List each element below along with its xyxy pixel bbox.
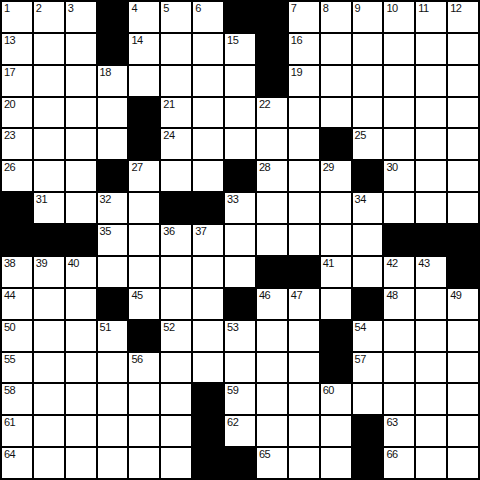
- cell-r3c14[interactable]: [416, 66, 446, 96]
- cell-r4c7[interactable]: [193, 98, 223, 128]
- cell-r9c14[interactable]: 43: [416, 257, 446, 287]
- clue-number: 4: [131, 2, 137, 14]
- cell-r2c11[interactable]: [321, 34, 351, 64]
- black-cell-r14c7: [193, 416, 223, 446]
- cell-r1c15[interactable]: 12: [448, 2, 478, 32]
- clue-number: 57: [355, 353, 366, 365]
- cell-r12c5[interactable]: 56: [129, 353, 159, 383]
- black-cell-r10c12: [353, 289, 383, 319]
- cell-r12c14[interactable]: [416, 353, 446, 383]
- cell-r12c13[interactable]: [384, 353, 414, 383]
- cell-r7c12[interactable]: 34: [353, 193, 383, 223]
- clue-number: 39: [36, 257, 47, 269]
- black-cell-r8c14: [416, 225, 446, 255]
- clue-number: 3: [68, 2, 74, 14]
- cell-r12c1[interactable]: 55: [2, 353, 32, 383]
- cell-r8c4[interactable]: 35: [98, 225, 128, 255]
- cell-r4c9[interactable]: 22: [257, 98, 287, 128]
- cell-r11c15[interactable]: [448, 321, 478, 351]
- cell-r5c6[interactable]: 24: [161, 129, 191, 159]
- cell-r1c2[interactable]: 2: [34, 2, 64, 32]
- cell-r6c13[interactable]: 30: [384, 161, 414, 191]
- black-cell-r6c8: [225, 161, 255, 191]
- cell-r11c3[interactable]: [66, 321, 96, 351]
- clue-number: 48: [386, 289, 397, 301]
- cell-r13c3[interactable]: [66, 384, 96, 414]
- clue-number: 9: [355, 2, 361, 14]
- cell-r1c3[interactable]: 3: [66, 2, 96, 32]
- cell-r13c1[interactable]: 58: [2, 384, 32, 414]
- clue-number: 41: [323, 257, 334, 269]
- cell-r15c3[interactable]: [66, 448, 96, 478]
- cell-r2c12[interactable]: [353, 34, 383, 64]
- clue-number: 50: [4, 321, 15, 333]
- clue-number: 12: [450, 2, 461, 14]
- cell-r10c3[interactable]: [66, 289, 96, 319]
- clue-number: 23: [4, 129, 15, 141]
- cell-r3c13[interactable]: [384, 66, 414, 96]
- black-cell-r8c1: [2, 225, 32, 255]
- cell-r6c7[interactable]: [193, 161, 223, 191]
- cell-r9c11[interactable]: 41: [321, 257, 351, 287]
- cell-r14c10[interactable]: [289, 416, 319, 446]
- cell-r2c2[interactable]: [34, 34, 64, 64]
- cell-r8c12[interactable]: [353, 225, 383, 255]
- cell-r3c6[interactable]: [161, 66, 191, 96]
- cell-r13c11[interactable]: 60: [321, 384, 351, 414]
- cell-r12c3[interactable]: [66, 353, 96, 383]
- black-cell-r4c5: [129, 98, 159, 128]
- cell-r9c2[interactable]: 39: [34, 257, 64, 287]
- cell-r9c12[interactable]: [353, 257, 383, 287]
- cell-r4c8[interactable]: [225, 98, 255, 128]
- clue-number: 31: [36, 193, 47, 205]
- cell-r8c10[interactable]: [289, 225, 319, 255]
- cell-r7c10[interactable]: [289, 193, 319, 223]
- black-cell-r1c9: [257, 2, 287, 32]
- cell-r12c15[interactable]: [448, 353, 478, 383]
- cell-r4c2[interactable]: [34, 98, 64, 128]
- cell-r9c8[interactable]: [225, 257, 255, 287]
- cell-r4c12[interactable]: [353, 98, 383, 128]
- cell-r13c8[interactable]: 59: [225, 384, 255, 414]
- clue-number: 36: [163, 225, 174, 237]
- cell-r8c11[interactable]: [321, 225, 351, 255]
- cell-r13c14[interactable]: [416, 384, 446, 414]
- cell-r15c2[interactable]: [34, 448, 64, 478]
- black-cell-r15c7: [193, 448, 223, 478]
- cell-r13c13[interactable]: [384, 384, 414, 414]
- cell-r10c13[interactable]: 48: [384, 289, 414, 319]
- cell-r14c3[interactable]: [66, 416, 96, 446]
- cell-r5c15[interactable]: [448, 129, 478, 159]
- clue-number: 13: [4, 34, 15, 46]
- cell-r15c9[interactable]: 65: [257, 448, 287, 478]
- cell-r11c14[interactable]: [416, 321, 446, 351]
- black-cell-r8c2: [34, 225, 64, 255]
- black-cell-r6c12: [353, 161, 383, 191]
- black-cell-r6c4: [98, 161, 128, 191]
- clue-number: 21: [163, 98, 174, 110]
- clue-number: 1: [4, 2, 10, 14]
- cell-r14c5[interactable]: [129, 416, 159, 446]
- cell-r10c6[interactable]: [161, 289, 191, 319]
- cell-r14c15[interactable]: [448, 416, 478, 446]
- clue-number: 10: [386, 2, 397, 14]
- cell-r13c5[interactable]: [129, 384, 159, 414]
- black-cell-r9c10: [289, 257, 319, 287]
- cell-r12c10[interactable]: [289, 353, 319, 383]
- cell-r11c10[interactable]: [289, 321, 319, 351]
- cell-r15c1[interactable]: 64: [2, 448, 32, 478]
- black-cell-r7c7: [193, 193, 223, 223]
- clue-number: 19: [291, 66, 302, 78]
- cell-r3c1[interactable]: 17: [2, 66, 32, 96]
- cell-r14c1[interactable]: 61: [2, 416, 32, 446]
- clue-number: 2: [36, 2, 42, 14]
- cell-r13c9[interactable]: [257, 384, 287, 414]
- cell-r12c9[interactable]: [257, 353, 287, 383]
- clue-number: 49: [450, 289, 461, 301]
- clue-number: 64: [4, 448, 15, 460]
- cell-r7c3[interactable]: [66, 193, 96, 223]
- cell-r5c8[interactable]: [225, 129, 255, 159]
- cell-r14c8[interactable]: 62: [225, 416, 255, 446]
- cell-r6c9[interactable]: 28: [257, 161, 287, 191]
- cell-r7c9[interactable]: [257, 193, 287, 223]
- cell-r13c6[interactable]: [161, 384, 191, 414]
- black-cell-r9c9: [257, 257, 287, 287]
- cell-r14c11[interactable]: [321, 416, 351, 446]
- cell-r4c1[interactable]: 20: [2, 98, 32, 128]
- cell-r3c7[interactable]: [193, 66, 223, 96]
- cell-r14c14[interactable]: [416, 416, 446, 446]
- black-cell-r14c12: [353, 416, 383, 446]
- cell-r6c5[interactable]: 27: [129, 161, 159, 191]
- clue-number: 15: [227, 34, 238, 46]
- clue-number: 16: [291, 34, 302, 46]
- cell-r2c13[interactable]: [384, 34, 414, 64]
- clue-number: 29: [323, 161, 334, 173]
- cell-r3c4[interactable]: 18: [98, 66, 128, 96]
- black-cell-r12c11: [321, 353, 351, 383]
- cell-r1c6[interactable]: 5: [161, 2, 191, 32]
- black-cell-r15c12: [353, 448, 383, 478]
- clue-number: 25: [355, 129, 366, 141]
- cell-r1c12[interactable]: 9: [353, 2, 383, 32]
- cell-r9c4[interactable]: [98, 257, 128, 287]
- cell-r9c13[interactable]: 42: [384, 257, 414, 287]
- black-cell-r13c7: [193, 384, 223, 414]
- cell-r13c15[interactable]: [448, 384, 478, 414]
- clue-number: 42: [386, 257, 397, 269]
- crossword-grid: 1234567891011121314151617181920212223242…: [0, 0, 480, 480]
- clue-number: 60: [323, 384, 334, 396]
- cell-r10c5[interactable]: 45: [129, 289, 159, 319]
- clue-number: 34: [355, 193, 366, 205]
- cell-r6c1[interactable]: 26: [2, 161, 32, 191]
- black-cell-r15c8: [225, 448, 255, 478]
- cell-r2c5[interactable]: 14: [129, 34, 159, 64]
- cell-r8c5[interactable]: [129, 225, 159, 255]
- cell-r15c13[interactable]: 66: [384, 448, 414, 478]
- clue-number: 28: [259, 161, 270, 173]
- cell-r10c11[interactable]: [321, 289, 351, 319]
- cell-r15c6[interactable]: [161, 448, 191, 478]
- cell-r4c6[interactable]: 21: [161, 98, 191, 128]
- clue-number: 43: [418, 257, 429, 269]
- clue-number: 32: [100, 193, 111, 205]
- clue-number: 8: [323, 2, 329, 14]
- clue-number: 58: [4, 384, 15, 396]
- cell-r15c15[interactable]: [448, 448, 478, 478]
- cell-r10c10[interactable]: 47: [289, 289, 319, 319]
- clue-number: 6: [195, 2, 201, 14]
- clue-number: 61: [4, 416, 15, 428]
- cell-r3c11[interactable]: [321, 66, 351, 96]
- clue-number: 24: [163, 129, 174, 141]
- black-cell-r10c8: [225, 289, 255, 319]
- cell-r11c9[interactable]: [257, 321, 287, 351]
- cell-r11c13[interactable]: [384, 321, 414, 351]
- cell-r11c12[interactable]: 54: [353, 321, 383, 351]
- cell-r1c5[interactable]: 4: [129, 2, 159, 32]
- cell-r10c2[interactable]: [34, 289, 64, 319]
- black-cell-r1c8: [225, 2, 255, 32]
- cell-r5c3[interactable]: [66, 129, 96, 159]
- cell-r1c7[interactable]: 6: [193, 2, 223, 32]
- black-cell-r2c4: [98, 34, 128, 64]
- cell-r4c14[interactable]: [416, 98, 446, 128]
- clue-number: 33: [227, 193, 238, 205]
- cell-r5c10[interactable]: [289, 129, 319, 159]
- cell-r1c10[interactable]: 7: [289, 2, 319, 32]
- clue-number: 53: [227, 321, 238, 333]
- clue-number: 65: [259, 448, 270, 460]
- cell-r4c4[interactable]: [98, 98, 128, 128]
- cell-r12c6[interactable]: [161, 353, 191, 383]
- cell-r7c11[interactable]: [321, 193, 351, 223]
- cell-r8c9[interactable]: [257, 225, 287, 255]
- cell-r4c13[interactable]: [384, 98, 414, 128]
- cell-r8c7[interactable]: 37: [193, 225, 223, 255]
- clue-number: 59: [227, 384, 238, 396]
- cell-r15c5[interactable]: [129, 448, 159, 478]
- cell-r5c9[interactable]: [257, 129, 287, 159]
- cell-r13c4[interactable]: [98, 384, 128, 414]
- cell-r14c4[interactable]: [98, 416, 128, 446]
- cell-r6c14[interactable]: [416, 161, 446, 191]
- cell-r7c13[interactable]: [384, 193, 414, 223]
- cell-r3c10[interactable]: 19: [289, 66, 319, 96]
- clue-number: 44: [4, 289, 15, 301]
- cell-r12c7[interactable]: [193, 353, 223, 383]
- cell-r10c14[interactable]: [416, 289, 446, 319]
- cell-r7c5[interactable]: [129, 193, 159, 223]
- clue-number: 62: [227, 416, 238, 428]
- cell-r9c6[interactable]: [161, 257, 191, 287]
- cell-r4c11[interactable]: [321, 98, 351, 128]
- black-cell-r11c11: [321, 321, 351, 351]
- clue-number: 47: [291, 289, 302, 301]
- cell-r5c4[interactable]: [98, 129, 128, 159]
- clue-number: 38: [4, 257, 15, 269]
- cell-r11c8[interactable]: 53: [225, 321, 255, 351]
- clue-number: 14: [131, 34, 142, 46]
- cell-r10c7[interactable]: [193, 289, 223, 319]
- cell-r7c14[interactable]: [416, 193, 446, 223]
- cell-r4c10[interactable]: [289, 98, 319, 128]
- cell-r1c13[interactable]: 10: [384, 2, 414, 32]
- cell-r13c12[interactable]: [353, 384, 383, 414]
- cell-r2c1[interactable]: 13: [2, 34, 32, 64]
- clue-number: 11: [418, 2, 428, 14]
- black-cell-r3c9: [257, 66, 287, 96]
- clue-number: 37: [195, 225, 206, 237]
- cell-r10c1[interactable]: 44: [2, 289, 32, 319]
- cell-r6c10[interactable]: [289, 161, 319, 191]
- black-cell-r5c11: [321, 129, 351, 159]
- cell-r14c2[interactable]: [34, 416, 64, 446]
- cell-r11c1[interactable]: 50: [2, 321, 32, 351]
- cell-r6c11[interactable]: 29: [321, 161, 351, 191]
- cell-r2c3[interactable]: [66, 34, 96, 64]
- clue-number: 22: [259, 98, 270, 110]
- cell-r15c4[interactable]: [98, 448, 128, 478]
- clue-number: 35: [100, 225, 111, 237]
- cell-r2c7[interactable]: [193, 34, 223, 64]
- clue-number: 56: [131, 353, 142, 365]
- black-cell-r10c4: [98, 289, 128, 319]
- cell-r7c2[interactable]: 31: [34, 193, 64, 223]
- cell-r14c13[interactable]: 63: [384, 416, 414, 446]
- cell-r4c3[interactable]: [66, 98, 96, 128]
- cell-r9c5[interactable]: [129, 257, 159, 287]
- cell-r13c2[interactable]: [34, 384, 64, 414]
- cell-r6c6[interactable]: [161, 161, 191, 191]
- clue-number: 20: [4, 98, 15, 110]
- cell-r12c4[interactable]: [98, 353, 128, 383]
- clue-number: 40: [68, 257, 79, 269]
- cell-r12c12[interactable]: 57: [353, 353, 383, 383]
- clue-number: 30: [386, 161, 397, 173]
- cell-r3c8[interactable]: [225, 66, 255, 96]
- cell-r12c2[interactable]: [34, 353, 64, 383]
- cell-r5c1[interactable]: 23: [2, 129, 32, 159]
- cell-r15c14[interactable]: [416, 448, 446, 478]
- cell-r9c1[interactable]: 38: [2, 257, 32, 287]
- cell-r15c11[interactable]: [321, 448, 351, 478]
- clue-number: 7: [291, 2, 297, 14]
- cell-r9c7[interactable]: [193, 257, 223, 287]
- cell-r3c3[interactable]: [66, 66, 96, 96]
- black-cell-r8c3: [66, 225, 96, 255]
- cell-r3c12[interactable]: [353, 66, 383, 96]
- black-cell-r9c15: [448, 257, 478, 287]
- clue-number: 55: [4, 353, 15, 365]
- cell-r14c6[interactable]: [161, 416, 191, 446]
- clue-number: 66: [386, 448, 397, 460]
- black-cell-r11c5: [129, 321, 159, 351]
- black-cell-r7c6: [161, 193, 191, 223]
- cell-r9c3[interactable]: 40: [66, 257, 96, 287]
- cell-r6c15[interactable]: [448, 161, 478, 191]
- cell-r1c14[interactable]: 11: [416, 2, 446, 32]
- clue-number: 27: [131, 161, 142, 173]
- cell-r2c10[interactable]: 16: [289, 34, 319, 64]
- black-cell-r2c9: [257, 34, 287, 64]
- black-cell-r1c4: [98, 2, 128, 32]
- cell-r11c7[interactable]: [193, 321, 223, 351]
- cell-r13c10[interactable]: [289, 384, 319, 414]
- cell-r5c12[interactable]: 25: [353, 129, 383, 159]
- cell-r5c14[interactable]: [416, 129, 446, 159]
- cell-r3c15[interactable]: [448, 66, 478, 96]
- clue-number: 51: [100, 321, 111, 333]
- cell-r1c11[interactable]: 8: [321, 2, 351, 32]
- black-cell-r8c13: [384, 225, 414, 255]
- cell-r11c2[interactable]: [34, 321, 64, 351]
- black-cell-r7c1: [2, 193, 32, 223]
- cell-r8c6[interactable]: 36: [161, 225, 191, 255]
- black-cell-r8c15: [448, 225, 478, 255]
- cell-r2c8[interactable]: 15: [225, 34, 255, 64]
- cell-r2c6[interactable]: [161, 34, 191, 64]
- clue-number: 52: [163, 321, 174, 333]
- cell-r3c2[interactable]: [34, 66, 64, 96]
- cell-r6c2[interactable]: [34, 161, 64, 191]
- clue-number: 5: [163, 2, 169, 14]
- cell-r12c8[interactable]: [225, 353, 255, 383]
- cell-r2c14[interactable]: [416, 34, 446, 64]
- cell-r11c4[interactable]: 51: [98, 321, 128, 351]
- clue-number: 26: [4, 161, 15, 173]
- clue-number: 63: [386, 416, 397, 428]
- cell-r5c2[interactable]: [34, 129, 64, 159]
- cell-r7c15[interactable]: [448, 193, 478, 223]
- cell-r15c10[interactable]: [289, 448, 319, 478]
- cell-r1c1[interactable]: 1: [2, 2, 32, 32]
- black-cell-r5c5: [129, 129, 159, 159]
- clue-number: 17: [4, 66, 15, 78]
- clue-number: 45: [131, 289, 142, 301]
- cell-r14c9[interactable]: [257, 416, 287, 446]
- cell-r3c5[interactable]: [129, 66, 159, 96]
- cell-r7c4[interactable]: 32: [98, 193, 128, 223]
- cell-r7c8[interactable]: 33: [225, 193, 255, 223]
- cell-r2c15[interactable]: [448, 34, 478, 64]
- cell-r10c15[interactable]: 49: [448, 289, 478, 319]
- cell-r10c9[interactable]: 46: [257, 289, 287, 319]
- cell-r4c15[interactable]: [448, 98, 478, 128]
- cell-r11c6[interactable]: 52: [161, 321, 191, 351]
- clue-number: 18: [100, 66, 111, 78]
- cell-r8c8[interactable]: [225, 225, 255, 255]
- clue-number: 46: [259, 289, 270, 301]
- cell-r5c13[interactable]: [384, 129, 414, 159]
- cell-r6c3[interactable]: [66, 161, 96, 191]
- cell-r5c7[interactable]: [193, 129, 223, 159]
- clue-number: 54: [355, 321, 366, 333]
